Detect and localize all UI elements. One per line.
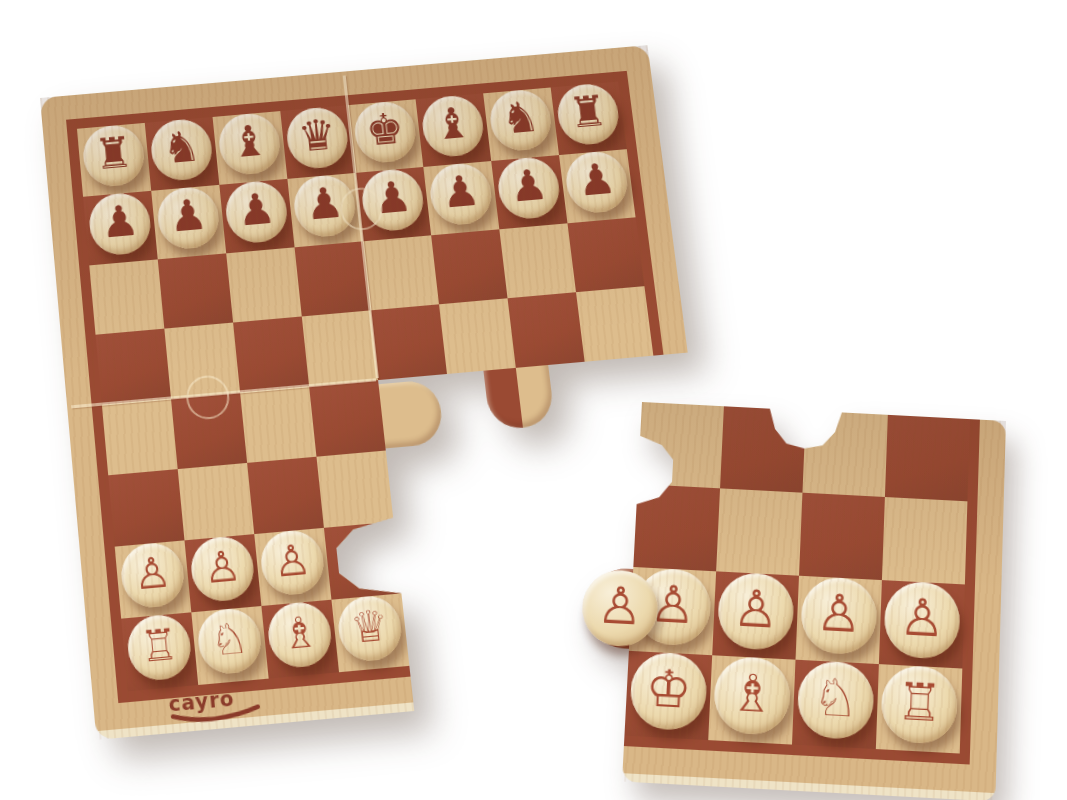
square-g7: ♟ [491,155,567,229]
chess-piece-glyph: ♕ [349,603,391,649]
piece-white-knight-g1[interactable]: ♘ [796,660,874,741]
chess-piece-glyph: ♟ [235,187,277,233]
piece-white-rook-h1[interactable]: ♖ [880,664,958,745]
chess-piece-glyph: ♜ [567,90,610,135]
square-f4 [720,406,806,492]
square-c1: ♗ [261,600,339,679]
square-b7: ♟ [151,185,226,260]
square-a6 [89,259,164,334]
chess-piece-glyph: ♗ [728,667,776,721]
chess-piece-glyph: ♔ [645,662,693,716]
piece-white-pawn-f2[interactable]: ♙ [717,572,795,652]
square-c2: ♙ [254,528,331,606]
square-g5 [508,292,585,368]
square-h5 [576,286,653,362]
square-c4 [240,386,316,463]
square-e1: ♔ [624,651,712,740]
square-e4 [638,402,724,488]
chess-piece-glyph: ♝ [228,119,270,164]
piece-black-knight-b8[interactable]: ♞ [149,117,215,182]
chess-piece-glyph: ♙ [732,583,780,637]
piece-white-rook-a1[interactable]: ♖ [125,613,193,683]
piece-white-pawn-h2[interactable]: ♙ [883,580,961,660]
square-a7: ♟ [83,191,158,266]
chess-piece-glyph: ♟ [507,163,550,208]
piece-white-pawn-d2[interactable]: ♙ [580,568,659,648]
chess-piece-glyph: ♙ [815,587,862,641]
square-f7: ♟ [423,161,499,235]
square-c3 [247,457,324,534]
chess-piece-glyph: ♝ [431,102,473,147]
piece-white-pawn-c2[interactable]: ♙ [258,528,326,597]
piece-white-pawn-g2[interactable]: ♙ [800,576,878,656]
square-b2: ♙ [184,534,261,612]
piece-black-pawn-b7[interactable]: ♟ [155,185,221,251]
piece-black-pawn-a7[interactable]: ♟ [87,191,153,257]
square-h2: ♙ [879,580,965,668]
cut-square-f3 [455,438,533,515]
chess-board-corner-piece: ♙♙♙♙♔♗♘♖ [622,402,1006,800]
cut-square-f1 [471,581,549,660]
square-e6 [363,235,439,310]
square-e3 [633,484,720,571]
square-g8: ♞ [483,87,559,161]
square-c5 [233,316,309,392]
chess-piece-glyph: ♞ [161,125,203,170]
piece-white-knight-b1[interactable]: ♘ [195,606,263,676]
chess-piece-glyph: ♘ [209,616,250,662]
square-c6 [226,247,302,322]
piece-white-bishop-c1[interactable]: ♗ [266,600,334,670]
chess-piece-glyph: ♟ [303,181,345,227]
square-f1: ♗ [708,655,795,744]
cut-square-e3 [386,444,463,521]
square-h8: ♜ [551,82,627,155]
chess-piece-glyph: ♙ [899,591,946,645]
square-h1: ♖ [876,664,962,753]
piece-black-king-e8[interactable]: ♚ [352,100,418,165]
square-d4 [309,380,386,457]
square-c8: ♝ [213,111,288,185]
chess-piece-glyph: ♚ [364,108,406,153]
piece-white-queen-d1[interactable]: ♕ [336,594,405,664]
square-e5 [370,304,447,380]
piece-white-pawn-b2[interactable]: ♙ [189,534,257,603]
chess-grid-corner: ♙♙♙♙♔♗♘♖ [624,402,969,754]
detached-puzzle-piece[interactable]: ♙♙♙♙♔♗♘♖ ♙ [622,402,1006,800]
chess-piece-glyph: ♙ [596,579,644,633]
square-g4 [802,411,887,497]
piece-black-pawn-h7[interactable]: ♟ [563,149,631,214]
square-g1: ♘ [792,660,879,749]
square-h4 [885,415,970,501]
chess-piece-glyph: ♞ [499,96,542,141]
piece-white-bishop-f1[interactable]: ♗ [713,655,792,736]
piece-black-pawn-c7[interactable]: ♟ [223,179,289,245]
square-f5 [439,298,516,374]
square-a2: ♙ [115,540,192,618]
piece-black-rook-h8[interactable]: ♜ [555,82,622,147]
square-d1: ♕ [331,593,409,672]
square-a4 [102,399,178,476]
square-a3 [108,469,184,547]
cayro-logo: cayro [168,686,262,726]
chess-piece-glyph: ♙ [272,538,313,584]
chess-piece-glyph: ♛ [296,113,338,158]
chess-piece-glyph: ♙ [132,550,173,596]
chess-piece-glyph: ♗ [279,610,320,656]
square-b8: ♞ [145,117,220,191]
square-d6 [295,241,371,316]
square-b1: ♘ [191,606,268,685]
chess-piece-glyph: ♖ [896,675,943,729]
chess-piece-glyph: ♟ [439,169,482,214]
tab-square-d2: ♙ [580,568,659,648]
square-f8: ♝ [416,93,492,167]
square-f2: ♙ [712,571,799,659]
piece-white-king-e1[interactable]: ♔ [629,651,708,732]
chess-piece-glyph: ♘ [812,671,860,725]
square-d8: ♛ [280,105,355,179]
piece-black-bishop-f8[interactable]: ♝ [420,94,487,159]
chess-piece-glyph: ♟ [99,199,141,245]
square-h6 [567,217,644,292]
square-f3 [716,488,802,575]
square-a8: ♜ [77,123,151,197]
chess-piece-glyph: ♙ [202,544,243,590]
square-d3 [316,451,393,528]
chess-piece-glyph: ♟ [167,193,209,239]
chess-piece-glyph: ♜ [93,131,135,176]
square-c7: ♟ [219,179,294,253]
square-b3 [178,463,255,540]
piece-white-pawn-a2[interactable]: ♙ [119,541,187,610]
square-h7: ♟ [559,149,636,223]
photo-scene: ♜♞♝♛♚♝♞♜♟♟♟♟♟♟♟♟♙♙♙♖♘♗♕ cayro ♙♙♙♙♔♗♘♖ ♙ [0,0,1067,800]
cut-square-f2 [463,509,541,587]
square-g3 [799,493,885,580]
square-a5 [96,329,171,405]
piece-black-pawn-f7[interactable]: ♟ [427,161,494,227]
square-g6 [499,223,576,298]
square-b6 [158,253,233,328]
piece-black-rook-a8[interactable]: ♜ [81,123,147,188]
piece-black-queen-d8[interactable]: ♛ [284,106,350,171]
chess-piece-glyph: ♖ [139,622,180,668]
piece-black-bishop-c8[interactable]: ♝ [217,111,283,176]
cut-square-e1 [401,587,479,666]
square-g2: ♙ [796,576,882,664]
chess-piece-glyph: ♟ [575,157,618,202]
square-d5 [302,310,378,386]
square-e8: ♚ [348,99,423,173]
cut-square-g3 [524,432,602,509]
cut-square-d2 [324,522,401,600]
square-a1: ♖ [121,612,198,691]
board-print-frame-corner: ♙♙♙♙♔♗♘♖ [624,402,980,765]
square-f6 [431,229,507,304]
square-h3 [882,497,967,584]
piece-black-pawn-g7[interactable]: ♟ [495,155,562,220]
piece-black-knight-g8[interactable]: ♞ [487,88,554,153]
cut-square-e2 [394,515,472,593]
